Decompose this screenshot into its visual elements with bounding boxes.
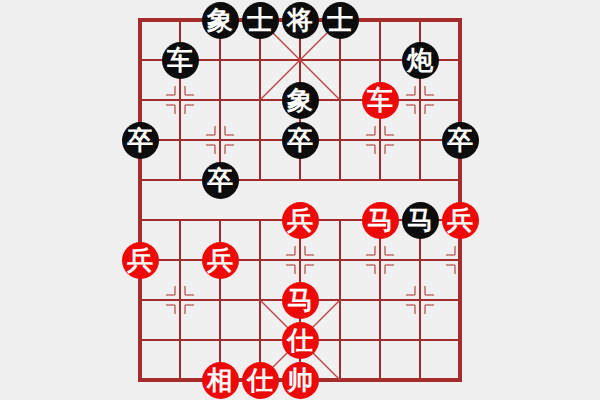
red-elephant[interactable]: 相 xyxy=(200,360,240,400)
red-advisor[interactable]: 仕 xyxy=(280,320,320,360)
black-soldier-glyph: 卒 xyxy=(442,122,479,159)
red-soldier[interactable]: 兵 xyxy=(120,240,160,280)
red-soldier-glyph: 兵 xyxy=(442,202,479,239)
black-chariot-glyph: 车 xyxy=(162,42,199,79)
red-horse-glyph: 马 xyxy=(362,202,399,239)
black-cannon[interactable]: 炮 xyxy=(400,40,440,80)
black-chariot[interactable]: 车 xyxy=(160,40,200,80)
black-advisor[interactable]: 士 xyxy=(320,0,360,40)
black-general-glyph: 将 xyxy=(282,2,319,39)
red-advisor[interactable]: 仕 xyxy=(240,360,280,400)
red-soldier[interactable]: 兵 xyxy=(440,200,480,240)
black-elephant-glyph: 象 xyxy=(282,82,319,119)
black-soldier-glyph: 卒 xyxy=(282,122,319,159)
black-advisor-glyph: 士 xyxy=(242,2,279,39)
black-horse-glyph: 马 xyxy=(402,202,439,239)
black-advisor[interactable]: 士 xyxy=(240,0,280,40)
red-soldier[interactable]: 兵 xyxy=(200,240,240,280)
black-soldier[interactable]: 卒 xyxy=(200,160,240,200)
black-general[interactable]: 将 xyxy=(280,0,320,40)
red-advisor-glyph: 仕 xyxy=(282,322,319,359)
black-soldier[interactable]: 卒 xyxy=(280,120,320,160)
red-general[interactable]: 帅 xyxy=(280,360,320,400)
black-soldier-glyph: 卒 xyxy=(122,122,159,159)
red-soldier-glyph: 兵 xyxy=(122,242,159,279)
black-cannon-glyph: 炮 xyxy=(402,42,439,79)
red-horse[interactable]: 马 xyxy=(360,200,400,240)
red-chariot-glyph: 车 xyxy=(362,82,399,119)
red-chariot[interactable]: 车 xyxy=(360,80,400,120)
xiangqi-board: 象士将士车炮象车卒卒卒卒兵马马兵兵兵马仕相仕帅 xyxy=(0,0,600,400)
red-horse[interactable]: 马 xyxy=(280,280,320,320)
black-soldier[interactable]: 卒 xyxy=(440,120,480,160)
black-elephant[interactable]: 象 xyxy=(200,0,240,40)
black-soldier-glyph: 卒 xyxy=(202,162,239,199)
red-soldier-glyph: 兵 xyxy=(202,242,239,279)
red-advisor-glyph: 仕 xyxy=(242,362,279,399)
pieces-layer: 象士将士车炮象车卒卒卒卒兵马马兵兵兵马仕相仕帅 xyxy=(120,0,480,400)
red-soldier-glyph: 兵 xyxy=(282,202,319,239)
red-soldier[interactable]: 兵 xyxy=(280,200,320,240)
black-elephant-glyph: 象 xyxy=(202,2,239,39)
black-advisor-glyph: 士 xyxy=(322,2,359,39)
red-horse-glyph: 马 xyxy=(282,282,319,319)
black-soldier[interactable]: 卒 xyxy=(120,120,160,160)
black-elephant[interactable]: 象 xyxy=(280,80,320,120)
red-general-glyph: 帅 xyxy=(282,362,319,399)
red-elephant-glyph: 相 xyxy=(202,362,239,399)
black-horse[interactable]: 马 xyxy=(400,200,440,240)
